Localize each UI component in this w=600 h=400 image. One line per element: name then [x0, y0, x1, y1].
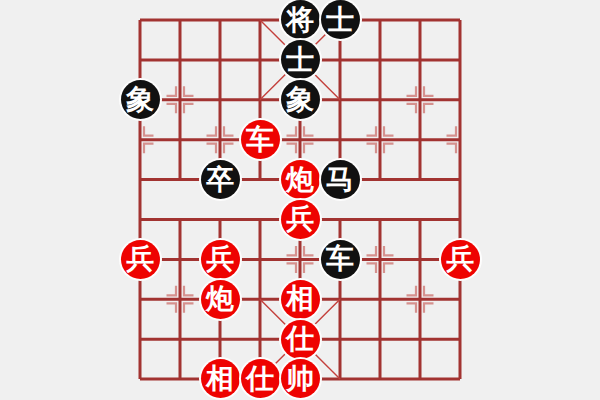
- piece-black-horse[interactable]: 马: [321, 160, 360, 199]
- piece-black-general[interactable]: 将: [281, 0, 320, 39]
- piece-glyph: 马: [326, 166, 354, 194]
- piece-red-cannon-2[interactable]: 炮: [201, 280, 240, 319]
- piece-red-pawn-3[interactable]: 兵: [201, 240, 240, 279]
- piece-glyph: 炮: [206, 285, 234, 313]
- piece-glyph: 兵: [126, 245, 154, 273]
- piece-black-advisor-2[interactable]: 士: [281, 40, 320, 79]
- piece-black-elephant-2[interactable]: 象: [281, 80, 320, 119]
- piece-glyph: 兵: [206, 245, 234, 273]
- piece-red-pawn-2[interactable]: 兵: [121, 240, 160, 279]
- piece-glyph: 仕: [246, 365, 274, 393]
- piece-glyph: 士: [286, 46, 314, 74]
- piece-black-pawn[interactable]: 卒: [201, 160, 240, 199]
- piece-glyph: 象: [126, 86, 154, 114]
- piece-red-elephant-2[interactable]: 相: [201, 359, 240, 398]
- piece-glyph: 士: [326, 6, 354, 34]
- piece-red-pawn-4[interactable]: 兵: [441, 240, 480, 279]
- piece-glyph: 帅: [286, 365, 314, 393]
- board-points: 将士士象象车卒炮马兵兵兵车兵炮相仕相仕帅: [120, 0, 480, 399]
- xiangqi-board: 将士士象象车卒炮马兵兵兵车兵炮相仕相仕帅: [0, 0, 600, 400]
- piece-glyph: 车: [246, 126, 274, 154]
- piece-black-chariot[interactable]: 车: [321, 240, 360, 279]
- piece-red-advisor-1[interactable]: 仕: [281, 320, 320, 359]
- piece-glyph: 兵: [446, 245, 474, 273]
- piece-red-elephant-1[interactable]: 相: [281, 280, 320, 319]
- piece-black-elephant-1[interactable]: 象: [121, 80, 160, 119]
- piece-glyph: 仕: [286, 325, 314, 353]
- piece-glyph: 卒: [206, 166, 234, 194]
- piece-red-cannon-1[interactable]: 炮: [281, 160, 320, 199]
- piece-red-pawn-1[interactable]: 兵: [281, 200, 320, 239]
- piece-glyph: 兵: [286, 205, 314, 233]
- piece-glyph: 相: [286, 285, 314, 313]
- piece-red-advisor-2[interactable]: 仕: [241, 359, 280, 398]
- piece-glyph: 象: [286, 86, 314, 114]
- piece-red-chariot[interactable]: 车: [241, 120, 280, 159]
- piece-glyph: 炮: [286, 166, 314, 194]
- piece-glyph: 将: [286, 6, 314, 34]
- piece-black-advisor-1[interactable]: 士: [321, 0, 360, 39]
- piece-red-general[interactable]: 帅: [281, 359, 320, 398]
- piece-glyph: 车: [326, 245, 354, 273]
- piece-glyph: 相: [206, 365, 234, 393]
